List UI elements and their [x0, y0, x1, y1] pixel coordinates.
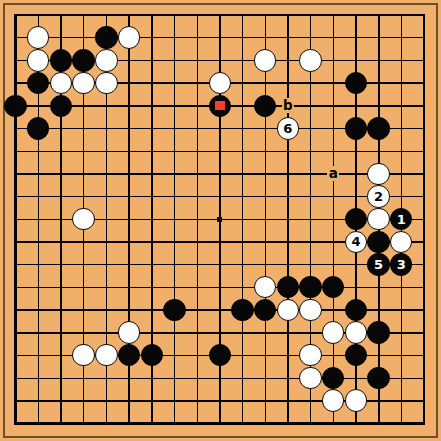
intersection — [118, 344, 141, 367]
white-stone — [72, 72, 94, 94]
white-stone — [299, 367, 321, 389]
intersection — [72, 344, 95, 367]
white-stone — [299, 344, 321, 366]
white-stone: 4 — [345, 231, 367, 253]
intersection — [367, 367, 390, 390]
black-stone — [322, 276, 344, 298]
intersection: 6 — [277, 117, 300, 140]
white-stone — [27, 49, 49, 71]
black-stone — [163, 299, 185, 321]
black-stone — [345, 299, 367, 321]
intersection — [322, 367, 345, 390]
intersection — [72, 49, 95, 72]
intersection — [345, 389, 368, 412]
white-stone — [322, 321, 344, 343]
black-stone — [118, 344, 140, 366]
intersection — [254, 94, 277, 117]
intersection — [140, 344, 163, 367]
black-stone — [277, 276, 299, 298]
white-stone — [72, 344, 94, 366]
white-stone — [367, 208, 389, 230]
intersection — [345, 117, 368, 140]
black-stone — [345, 117, 367, 139]
white-stone — [367, 163, 389, 185]
intersection — [299, 276, 322, 299]
intersection — [277, 276, 300, 299]
black-stone: 1 — [390, 208, 412, 230]
black-stone: 5 — [367, 253, 389, 275]
intersection — [299, 344, 322, 367]
black-stone — [322, 367, 344, 389]
black-stone — [367, 367, 389, 389]
white-stone — [322, 389, 344, 411]
intersection: 3 — [390, 253, 413, 276]
white-stone — [118, 26, 140, 48]
intersection — [367, 231, 390, 254]
intersection — [50, 49, 73, 72]
intersection — [72, 208, 95, 231]
white-stone: 2 — [367, 185, 389, 207]
intersection — [50, 72, 73, 95]
white-stone — [299, 299, 321, 321]
white-stone — [345, 389, 367, 411]
intersection — [345, 321, 368, 344]
intersection — [322, 321, 345, 344]
white-stone — [277, 299, 299, 321]
go-board: 621453ab — [0, 0, 441, 441]
black-stone — [95, 26, 117, 48]
intersection — [27, 72, 50, 95]
intersection — [118, 321, 141, 344]
intersection — [322, 276, 345, 299]
intersection — [277, 299, 300, 322]
intersection — [367, 208, 390, 231]
black-stone — [345, 344, 367, 366]
white-stone — [254, 276, 276, 298]
stone-layer: 621453ab — [4, 4, 435, 435]
black-stone — [50, 95, 72, 117]
board-letter-b: b — [282, 98, 295, 113]
black-stone — [50, 49, 72, 71]
black-stone — [367, 231, 389, 253]
intersection — [254, 276, 277, 299]
intersection — [390, 231, 413, 254]
intersection — [345, 208, 368, 231]
intersection — [95, 49, 118, 72]
white-stone — [72, 208, 94, 230]
intersection: 2 — [367, 185, 390, 208]
intersection — [27, 26, 50, 49]
intersection — [345, 344, 368, 367]
white-stone — [299, 49, 321, 71]
intersection — [50, 94, 73, 117]
white-stone — [27, 26, 49, 48]
black-stone — [209, 344, 231, 366]
intersection — [95, 26, 118, 49]
white-stone: 6 — [277, 117, 299, 139]
board-letter-a: a — [327, 166, 339, 181]
black-stone — [254, 299, 276, 321]
white-stone — [95, 72, 117, 94]
square-marker-icon — [215, 101, 225, 111]
white-stone — [209, 72, 231, 94]
intersection: a — [322, 162, 345, 185]
intersection — [231, 299, 254, 322]
white-stone — [95, 344, 117, 366]
intersection: 1 — [390, 208, 413, 231]
intersection — [118, 26, 141, 49]
black-stone — [72, 49, 94, 71]
black-stone: 3 — [390, 253, 412, 275]
intersection — [27, 117, 50, 140]
black-stone — [27, 117, 49, 139]
black-stone — [27, 72, 49, 94]
white-stone — [390, 231, 412, 253]
intersection — [299, 367, 322, 390]
black-stone — [367, 117, 389, 139]
black-stone — [345, 208, 367, 230]
white-stone — [345, 321, 367, 343]
intersection — [345, 299, 368, 322]
black-stone — [4, 95, 26, 117]
intersection — [72, 72, 95, 95]
intersection — [4, 94, 27, 117]
intersection: 5 — [367, 253, 390, 276]
intersection — [95, 72, 118, 95]
intersection — [163, 299, 186, 322]
black-stone — [367, 321, 389, 343]
black-stone — [209, 95, 231, 117]
intersection — [367, 321, 390, 344]
intersection — [208, 344, 231, 367]
intersection — [254, 49, 277, 72]
intersection — [299, 299, 322, 322]
intersection — [95, 344, 118, 367]
black-stone — [254, 95, 276, 117]
intersection: b — [277, 94, 300, 117]
black-stone — [231, 299, 253, 321]
intersection — [27, 49, 50, 72]
intersection: 4 — [345, 231, 368, 254]
white-stone — [254, 49, 276, 71]
black-stone — [141, 344, 163, 366]
intersection — [208, 72, 231, 95]
intersection — [367, 117, 390, 140]
intersection — [254, 299, 277, 322]
white-stone — [95, 49, 117, 71]
black-stone — [345, 72, 367, 94]
white-stone — [118, 321, 140, 343]
intersection — [208, 94, 231, 117]
intersection — [322, 389, 345, 412]
intersection — [345, 72, 368, 95]
black-stone — [299, 276, 321, 298]
intersection — [367, 162, 390, 185]
white-stone — [50, 72, 72, 94]
intersection — [299, 49, 322, 72]
